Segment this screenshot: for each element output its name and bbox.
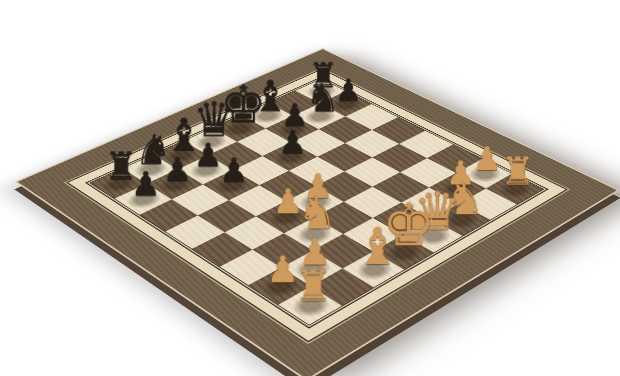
square-h7[interactable]: ♟ bbox=[115, 184, 172, 215]
piece-black-pawn-h7[interactable]: ♟ bbox=[131, 167, 161, 201]
square-h1[interactable]: ♜ bbox=[278, 286, 342, 324]
piece-white-rook-h1[interactable]: ♜ bbox=[294, 264, 332, 307]
chess-board: ♜♞♝♛♚♝♜♟♟♟♟♞♟♟♟♟♟♞♟♟♟♟♜♝♚♛♞♜ bbox=[18, 49, 617, 376]
square-f6[interactable]: ♟ bbox=[203, 170, 259, 200]
square-b5[interactable] bbox=[345, 130, 399, 158]
piece-black-knight-b7[interactable]: ♞ bbox=[305, 79, 340, 118]
piece-black-pawn-d6[interactable]: ♟ bbox=[278, 126, 307, 158]
piece-white-knight-f3[interactable]: ♞ bbox=[297, 192, 337, 236]
piece-white-bishop-f1[interactable]: ♝ bbox=[355, 221, 400, 271]
piece-white-rook-a1[interactable]: ♜ bbox=[501, 152, 535, 190]
chess-photo-scene: ♜♞♝♛♚♝♜♟♟♟♟♞♟♟♟♟♟♞♟♟♟♟♜♝♚♛♞♜ bbox=[0, 0, 620, 376]
piece-white-pawn-a2[interactable]: ♟ bbox=[472, 142, 501, 175]
piece-black-pawn-g7[interactable]: ♟ bbox=[163, 153, 193, 186]
perspective-wrapper: ♜♞♝♛♚♝♜♟♟♟♟♞♟♟♟♟♟♞♟♟♟♟♜♝♚♛♞♜ bbox=[0, 0, 620, 376]
piece-black-pawn-f6[interactable]: ♟ bbox=[219, 153, 249, 186]
